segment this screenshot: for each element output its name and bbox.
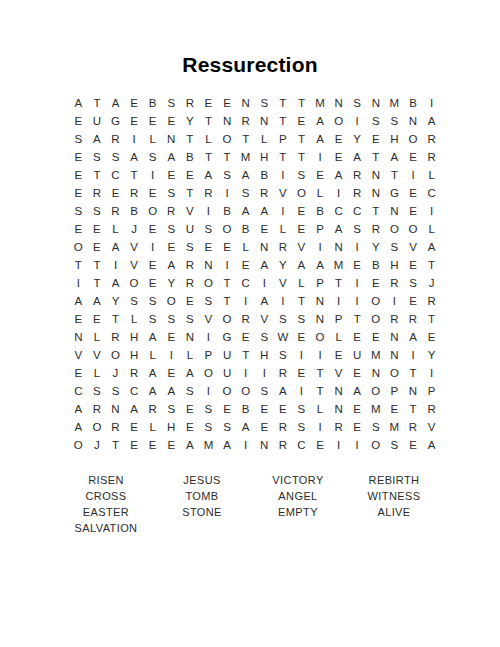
grid-cell[interactable]: E: [88, 310, 107, 328]
grid-cell[interactable]: S: [88, 382, 107, 400]
grid-cell[interactable]: A: [181, 364, 200, 382]
grid-cell[interactable]: R: [106, 328, 125, 346]
grid-cell[interactable]: C: [69, 382, 88, 400]
grid-cell[interactable]: A: [143, 328, 162, 346]
grid-cell[interactable]: O: [218, 220, 237, 238]
grid-cell[interactable]: T: [218, 292, 237, 310]
grid-cell[interactable]: S: [69, 202, 88, 220]
grid-cell[interactable]: I: [422, 94, 441, 112]
grid-cell[interactable]: S: [69, 130, 88, 148]
grid-cell[interactable]: M: [367, 346, 386, 364]
grid-cell[interactable]: T: [367, 148, 386, 166]
grid-cell[interactable]: C: [236, 274, 255, 292]
grid-cell[interactable]: S: [292, 400, 311, 418]
grid-cell[interactable]: J: [125, 220, 144, 238]
grid-cell[interactable]: I: [69, 274, 88, 292]
grid-cell[interactable]: A: [88, 130, 107, 148]
grid-cell[interactable]: A: [143, 364, 162, 382]
grid-cell[interactable]: A: [162, 148, 181, 166]
grid-cell[interactable]: A: [422, 436, 441, 454]
grid-cell[interactable]: O: [236, 382, 255, 400]
grid-cell[interactable]: O: [69, 238, 88, 256]
grid-cell[interactable]: O: [199, 274, 218, 292]
grid-cell[interactable]: T: [88, 274, 107, 292]
grid-cell[interactable]: C: [329, 202, 348, 220]
grid-cell[interactable]: T: [236, 346, 255, 364]
grid-cell[interactable]: R: [181, 94, 200, 112]
grid-cell[interactable]: V: [69, 346, 88, 364]
grid-cell[interactable]: T: [218, 148, 237, 166]
grid-cell[interactable]: R: [329, 418, 348, 436]
grid-cell[interactable]: A: [69, 400, 88, 418]
grid-cell[interactable]: L: [199, 130, 218, 148]
grid-cell[interactable]: N: [367, 166, 386, 184]
grid-cell[interactable]: I: [404, 346, 423, 364]
grid-cell[interactable]: S: [292, 166, 311, 184]
grid-cell[interactable]: S: [367, 112, 386, 130]
grid-cell[interactable]: O: [385, 364, 404, 382]
grid-cell[interactable]: O: [69, 436, 88, 454]
grid-cell[interactable]: L: [292, 274, 311, 292]
grid-cell[interactable]: N: [367, 184, 386, 202]
grid-cell[interactable]: Y: [274, 256, 293, 274]
grid-cell[interactable]: A: [404, 328, 423, 346]
grid-cell[interactable]: H: [125, 328, 144, 346]
grid-cell[interactable]: T: [422, 310, 441, 328]
grid-cell[interactable]: N: [311, 292, 330, 310]
grid-cell[interactable]: S: [88, 148, 107, 166]
grid-cell[interactable]: I: [236, 436, 255, 454]
grid-cell[interactable]: E: [162, 328, 181, 346]
grid-cell[interactable]: R: [181, 256, 200, 274]
grid-cell[interactable]: A: [236, 202, 255, 220]
grid-cell[interactable]: E: [69, 220, 88, 238]
grid-cell[interactable]: C: [125, 382, 144, 400]
grid-cell[interactable]: A: [236, 418, 255, 436]
grid-cell[interactable]: E: [143, 112, 162, 130]
grid-cell[interactable]: O: [292, 184, 311, 202]
grid-cell[interactable]: Y: [106, 292, 125, 310]
grid-cell[interactable]: S: [385, 112, 404, 130]
grid-cell[interactable]: O: [367, 436, 386, 454]
grid-cell[interactable]: I: [311, 238, 330, 256]
grid-cell[interactable]: E: [69, 310, 88, 328]
grid-cell[interactable]: E: [348, 418, 367, 436]
grid-cell[interactable]: S: [125, 292, 144, 310]
grid-cell[interactable]: S: [199, 418, 218, 436]
grid-cell[interactable]: S: [385, 238, 404, 256]
grid-cell[interactable]: A: [106, 274, 125, 292]
grid-cell[interactable]: V: [125, 256, 144, 274]
grid-cell[interactable]: E: [348, 364, 367, 382]
grid-cell[interactable]: S: [385, 436, 404, 454]
grid-cell[interactable]: N: [385, 346, 404, 364]
grid-cell[interactable]: A: [385, 148, 404, 166]
grid-cell[interactable]: P: [274, 130, 293, 148]
grid-cell[interactable]: A: [162, 382, 181, 400]
grid-cell[interactable]: P: [199, 346, 218, 364]
grid-cell[interactable]: L: [125, 310, 144, 328]
grid-cell[interactable]: E: [348, 328, 367, 346]
grid-cell[interactable]: E: [404, 436, 423, 454]
grid-cell[interactable]: V: [181, 202, 200, 220]
grid-cell[interactable]: E: [162, 436, 181, 454]
grid-cell[interactable]: N: [218, 112, 237, 130]
grid-cell[interactable]: I: [274, 292, 293, 310]
grid-cell[interactable]: R: [422, 400, 441, 418]
grid-cell[interactable]: S: [106, 148, 125, 166]
grid-cell[interactable]: I: [236, 292, 255, 310]
grid-cell[interactable]: S: [162, 184, 181, 202]
grid-cell[interactable]: E: [404, 202, 423, 220]
grid-cell[interactable]: S: [348, 94, 367, 112]
grid-cell[interactable]: A: [69, 94, 88, 112]
grid-cell[interactable]: S: [255, 94, 274, 112]
grid-cell[interactable]: R: [88, 400, 107, 418]
grid-cell[interactable]: S: [255, 382, 274, 400]
grid-cell[interactable]: E: [69, 364, 88, 382]
grid-cell[interactable]: B: [404, 94, 423, 112]
grid-cell[interactable]: R: [348, 184, 367, 202]
grid-cell[interactable]: I: [311, 346, 330, 364]
grid-cell[interactable]: E: [88, 238, 107, 256]
grid-cell[interactable]: E: [181, 292, 200, 310]
grid-cell[interactable]: S: [162, 220, 181, 238]
grid-cell[interactable]: V: [274, 184, 293, 202]
grid-cell[interactable]: V: [404, 238, 423, 256]
grid-cell[interactable]: U: [218, 364, 237, 382]
grid-cell[interactable]: O: [125, 274, 144, 292]
grid-cell[interactable]: B: [367, 256, 386, 274]
grid-cell[interactable]: L: [236, 238, 255, 256]
grid-cell[interactable]: T: [404, 400, 423, 418]
grid-cell[interactable]: N: [404, 112, 423, 130]
grid-cell[interactable]: T: [88, 166, 107, 184]
grid-cell[interactable]: I: [274, 202, 293, 220]
grid-cell[interactable]: N: [255, 112, 274, 130]
grid-cell[interactable]: E: [69, 112, 88, 130]
grid-cell[interactable]: J: [422, 274, 441, 292]
grid-cell[interactable]: O: [404, 130, 423, 148]
grid-cell[interactable]: T: [199, 148, 218, 166]
grid-cell[interactable]: R: [125, 364, 144, 382]
grid-cell[interactable]: R: [106, 202, 125, 220]
grid-cell[interactable]: E: [162, 112, 181, 130]
grid-cell[interactable]: S: [162, 400, 181, 418]
grid-cell[interactable]: R: [199, 184, 218, 202]
grid-cell[interactable]: Y: [181, 112, 200, 130]
grid-cell[interactable]: I: [143, 238, 162, 256]
grid-cell[interactable]: A: [69, 292, 88, 310]
grid-cell[interactable]: N: [199, 256, 218, 274]
grid-cell[interactable]: P: [311, 274, 330, 292]
grid-cell[interactable]: R: [236, 112, 255, 130]
grid-cell[interactable]: A: [329, 166, 348, 184]
grid-cell[interactable]: S: [143, 292, 162, 310]
grid-cell[interactable]: V: [125, 238, 144, 256]
grid-cell[interactable]: E: [385, 400, 404, 418]
grid-cell[interactable]: L: [274, 220, 293, 238]
grid-cell[interactable]: T: [125, 166, 144, 184]
grid-cell[interactable]: S: [162, 94, 181, 112]
grid-cell[interactable]: O: [311, 328, 330, 346]
grid-cell[interactable]: E: [292, 112, 311, 130]
grid-cell[interactable]: T: [311, 364, 330, 382]
grid-cell[interactable]: H: [125, 346, 144, 364]
grid-cell[interactable]: G: [385, 184, 404, 202]
grid-cell[interactable]: S: [292, 310, 311, 328]
grid-cell[interactable]: E: [404, 184, 423, 202]
grid-cell[interactable]: N: [329, 400, 348, 418]
grid-cell[interactable]: L: [88, 328, 107, 346]
grid-cell[interactable]: E: [255, 400, 274, 418]
grid-cell[interactable]: E: [404, 148, 423, 166]
grid-cell[interactable]: I: [218, 256, 237, 274]
grid-cell[interactable]: A: [69, 418, 88, 436]
grid-cell[interactable]: A: [88, 292, 107, 310]
grid-cell[interactable]: B: [311, 202, 330, 220]
grid-cell[interactable]: B: [236, 400, 255, 418]
grid-cell[interactable]: U: [88, 112, 107, 130]
grid-cell[interactable]: B: [255, 166, 274, 184]
grid-cell[interactable]: C: [348, 202, 367, 220]
grid-cell[interactable]: S: [106, 382, 125, 400]
grid-cell[interactable]: I: [348, 238, 367, 256]
grid-cell[interactable]: N: [329, 382, 348, 400]
grid-cell[interactable]: E: [199, 94, 218, 112]
grid-cell[interactable]: I: [348, 274, 367, 292]
grid-cell[interactable]: V: [292, 238, 311, 256]
grid-cell[interactable]: N: [255, 436, 274, 454]
grid-cell[interactable]: I: [329, 184, 348, 202]
grid-cell[interactable]: R: [162, 202, 181, 220]
grid-cell[interactable]: R: [143, 400, 162, 418]
grid-cell[interactable]: N: [329, 94, 348, 112]
grid-cell[interactable]: R: [125, 184, 144, 202]
grid-cell[interactable]: M: [385, 94, 404, 112]
grid-cell[interactable]: L: [106, 220, 125, 238]
grid-cell[interactable]: E: [329, 130, 348, 148]
grid-cell[interactable]: I: [348, 436, 367, 454]
grid-cell[interactable]: A: [329, 220, 348, 238]
grid-cell[interactable]: T: [404, 364, 423, 382]
grid-cell[interactable]: E: [367, 274, 386, 292]
grid-cell[interactable]: R: [274, 364, 293, 382]
grid-cell[interactable]: R: [404, 310, 423, 328]
grid-cell[interactable]: M: [311, 94, 330, 112]
grid-cell[interactable]: E: [181, 400, 200, 418]
grid-cell[interactable]: B: [218, 202, 237, 220]
grid-cell[interactable]: E: [162, 364, 181, 382]
grid-cell[interactable]: O: [199, 364, 218, 382]
grid-cell[interactable]: I: [311, 148, 330, 166]
grid-cell[interactable]: I: [385, 292, 404, 310]
grid-cell[interactable]: S: [218, 418, 237, 436]
grid-cell[interactable]: T: [329, 274, 348, 292]
grid-cell[interactable]: E: [199, 238, 218, 256]
grid-cell[interactable]: T: [385, 166, 404, 184]
grid-cell[interactable]: E: [329, 148, 348, 166]
grid-cell[interactable]: U: [181, 220, 200, 238]
grid-cell[interactable]: N: [311, 310, 330, 328]
grid-cell[interactable]: R: [367, 220, 386, 238]
grid-cell[interactable]: S: [218, 166, 237, 184]
grid-cell[interactable]: E: [404, 292, 423, 310]
grid-cell[interactable]: O: [143, 202, 162, 220]
grid-cell[interactable]: B: [236, 220, 255, 238]
grid-cell[interactable]: E: [143, 220, 162, 238]
grid-cell[interactable]: R: [422, 148, 441, 166]
grid-cell[interactable]: M: [329, 256, 348, 274]
grid-cell[interactable]: E: [125, 418, 144, 436]
grid-cell[interactable]: E: [404, 256, 423, 274]
grid-cell[interactable]: T: [292, 292, 311, 310]
grid-cell[interactable]: A: [106, 238, 125, 256]
grid-cell[interactable]: R: [236, 310, 255, 328]
grid-cell[interactable]: I: [255, 274, 274, 292]
grid-cell[interactable]: V: [88, 346, 107, 364]
grid-cell[interactable]: Y: [348, 130, 367, 148]
grid-cell[interactable]: I: [236, 364, 255, 382]
grid-cell[interactable]: E: [255, 220, 274, 238]
grid-cell[interactable]: N: [236, 94, 255, 112]
grid-cell[interactable]: A: [125, 148, 144, 166]
grid-cell[interactable]: E: [69, 166, 88, 184]
grid-cell[interactable]: E: [88, 220, 107, 238]
grid-cell[interactable]: E: [348, 400, 367, 418]
grid-cell[interactable]: A: [311, 130, 330, 148]
grid-cell[interactable]: L: [422, 166, 441, 184]
grid-cell[interactable]: I: [348, 292, 367, 310]
grid-cell[interactable]: O: [88, 418, 107, 436]
grid-cell[interactable]: A: [199, 166, 218, 184]
grid-cell[interactable]: S: [143, 148, 162, 166]
grid-cell[interactable]: C: [292, 436, 311, 454]
grid-cell[interactable]: A: [422, 238, 441, 256]
grid-cell[interactable]: R: [255, 184, 274, 202]
grid-cell[interactable]: I: [162, 346, 181, 364]
grid-cell[interactable]: L: [311, 400, 330, 418]
grid-cell[interactable]: E: [329, 346, 348, 364]
grid-cell[interactable]: H: [385, 130, 404, 148]
grid-cell[interactable]: E: [143, 184, 162, 202]
grid-cell[interactable]: V: [422, 418, 441, 436]
grid-cell[interactable]: I: [125, 130, 144, 148]
grid-cell[interactable]: O: [106, 346, 125, 364]
grid-cell[interactable]: S: [348, 220, 367, 238]
grid-cell[interactable]: R: [422, 292, 441, 310]
grid-cell[interactable]: P: [385, 382, 404, 400]
grid-cell[interactable]: I: [422, 364, 441, 382]
grid-cell[interactable]: O: [218, 310, 237, 328]
grid-cell[interactable]: H: [385, 256, 404, 274]
grid-cell[interactable]: S: [199, 292, 218, 310]
grid-cell[interactable]: N: [329, 238, 348, 256]
grid-cell[interactable]: E: [274, 400, 293, 418]
grid-cell[interactable]: E: [292, 364, 311, 382]
grid-cell[interactable]: T: [88, 94, 107, 112]
grid-cell[interactable]: I: [199, 328, 218, 346]
grid-cell[interactable]: O: [367, 310, 386, 328]
grid-cell[interactable]: A: [236, 166, 255, 184]
grid-cell[interactable]: I: [329, 292, 348, 310]
grid-cell[interactable]: H: [255, 148, 274, 166]
grid-cell[interactable]: I: [329, 436, 348, 454]
grid-cell[interactable]: A: [181, 436, 200, 454]
grid-cell[interactable]: S: [199, 400, 218, 418]
grid-cell[interactable]: S: [181, 382, 200, 400]
grid-cell[interactable]: L: [143, 418, 162, 436]
grid-cell[interactable]: S: [274, 310, 293, 328]
grid-cell[interactable]: E: [125, 94, 144, 112]
grid-cell[interactable]: A: [255, 292, 274, 310]
grid-cell[interactable]: O: [218, 130, 237, 148]
grid-cell[interactable]: T: [274, 94, 293, 112]
grid-cell[interactable]: T: [199, 112, 218, 130]
grid-cell[interactable]: M: [236, 148, 255, 166]
grid-cell[interactable]: E: [69, 184, 88, 202]
grid-cell[interactable]: R: [404, 418, 423, 436]
grid-cell[interactable]: T: [422, 256, 441, 274]
grid-cell[interactable]: T: [106, 310, 125, 328]
grid-cell[interactable]: A: [255, 256, 274, 274]
grid-cell[interactable]: S: [236, 184, 255, 202]
grid-cell[interactable]: S: [274, 346, 293, 364]
grid-cell[interactable]: T: [69, 256, 88, 274]
grid-cell[interactable]: T: [274, 148, 293, 166]
grid-cell[interactable]: T: [88, 256, 107, 274]
grid-cell[interactable]: T: [292, 148, 311, 166]
grid-cell[interactable]: S: [181, 238, 200, 256]
grid-cell[interactable]: E: [125, 112, 144, 130]
grid-cell[interactable]: E: [125, 436, 144, 454]
grid-cell[interactable]: I: [106, 256, 125, 274]
grid-cell[interactable]: I: [292, 382, 311, 400]
grid-cell[interactable]: O: [329, 112, 348, 130]
grid-cell[interactable]: E: [311, 436, 330, 454]
grid-cell[interactable]: N: [404, 382, 423, 400]
grid-cell[interactable]: W: [274, 328, 293, 346]
grid-cell[interactable]: T: [292, 94, 311, 112]
grid-cell[interactable]: E: [143, 256, 162, 274]
grid-cell[interactable]: E: [292, 202, 311, 220]
grid-cell[interactable]: S: [404, 274, 423, 292]
grid-cell[interactable]: S: [292, 418, 311, 436]
grid-cell[interactable]: R: [385, 310, 404, 328]
grid-cell[interactable]: L: [255, 130, 274, 148]
grid-cell[interactable]: T: [311, 382, 330, 400]
grid-cell[interactable]: T: [218, 274, 237, 292]
grid-cell[interactable]: E: [422, 328, 441, 346]
grid-cell[interactable]: A: [292, 256, 311, 274]
grid-cell[interactable]: M: [385, 418, 404, 436]
grid-cell[interactable]: R: [348, 166, 367, 184]
grid-cell[interactable]: E: [236, 328, 255, 346]
grid-cell[interactable]: S: [199, 220, 218, 238]
grid-cell[interactable]: A: [143, 382, 162, 400]
grid-cell[interactable]: S: [143, 310, 162, 328]
grid-cell[interactable]: A: [422, 112, 441, 130]
grid-cell[interactable]: L: [422, 220, 441, 238]
grid-cell[interactable]: A: [125, 400, 144, 418]
grid-cell[interactable]: V: [199, 310, 218, 328]
grid-cell[interactable]: V: [329, 364, 348, 382]
grid-cell[interactable]: P: [311, 220, 330, 238]
grid-cell[interactable]: E: [236, 256, 255, 274]
grid-cell[interactable]: N: [367, 94, 386, 112]
grid-cell[interactable]: E: [367, 130, 386, 148]
grid-cell[interactable]: M: [367, 400, 386, 418]
